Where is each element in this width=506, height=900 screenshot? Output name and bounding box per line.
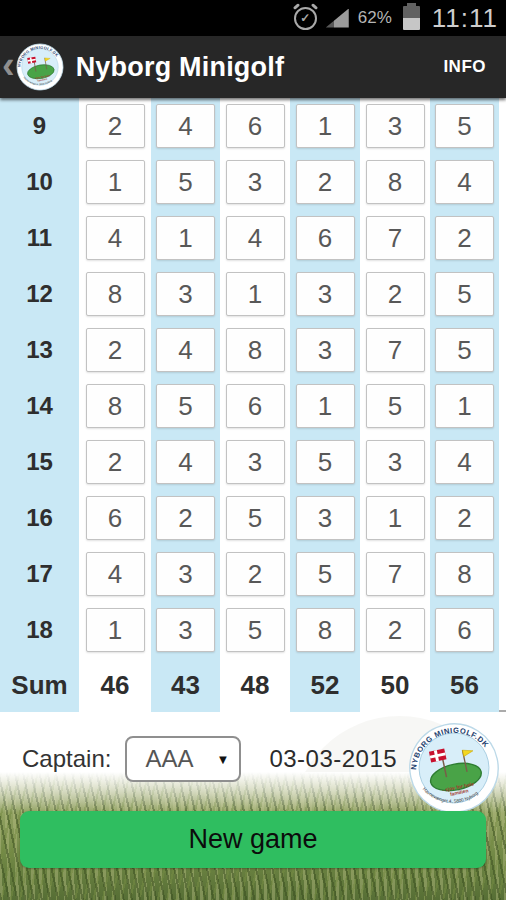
score-cell: 5	[430, 266, 499, 322]
score-cell: 2	[430, 490, 499, 546]
score-input[interactable]: 4	[156, 104, 215, 148]
score-input[interactable]: 1	[156, 216, 215, 260]
score-cell: 8	[430, 546, 499, 602]
score-cell: 2	[151, 490, 220, 546]
score-input[interactable]: 3	[156, 552, 215, 596]
score-cell: 8	[290, 602, 360, 658]
hole-number-cell: 13	[0, 322, 79, 378]
score-cell: 6	[220, 378, 290, 434]
score-input[interactable]: 2	[366, 608, 425, 652]
score-input[interactable]: 4	[435, 160, 494, 204]
score-input[interactable]: 1	[296, 104, 355, 148]
score-cell: 2	[360, 266, 430, 322]
score-cell: 5	[430, 98, 499, 154]
app-logo-icon	[12, 39, 68, 95]
score-cell: 1	[430, 378, 499, 434]
score-cell: 5	[151, 154, 220, 210]
score-cell: 2	[430, 210, 499, 266]
score-input[interactable]: 5	[435, 104, 494, 148]
score-input[interactable]: 2	[435, 216, 494, 260]
sum-value: 56	[450, 670, 479, 701]
score-cell: 4	[79, 210, 151, 266]
hole-number: 17	[26, 560, 53, 588]
battery-percent: 62%	[358, 8, 392, 28]
sum-value: 46	[101, 670, 130, 701]
hole-number-cell: 11	[0, 210, 79, 266]
score-cell: 4	[430, 434, 499, 490]
score-cell: 4	[151, 434, 220, 490]
score-input[interactable]: 4	[156, 440, 215, 484]
signal-strength-icon	[326, 9, 349, 28]
score-cell: 4	[151, 322, 220, 378]
hole-number: 18	[26, 616, 53, 644]
score-cell: 8	[79, 266, 151, 322]
score-input[interactable]: 7	[366, 216, 425, 260]
sum-label-cell: Sum	[0, 658, 79, 712]
score-input[interactable]: 3	[156, 608, 215, 652]
hole-number: 15	[26, 448, 53, 476]
score-input[interactable]: 5	[435, 328, 494, 372]
chevron-down-icon: ▼	[217, 752, 230, 767]
score-cell: 3	[290, 322, 360, 378]
score-cell: 6	[290, 210, 360, 266]
score-input[interactable]: 6	[226, 384, 285, 428]
hole-number-cell: 18	[0, 602, 79, 658]
page-title: Nyborg Minigolf	[76, 52, 284, 83]
score-cell: 1	[290, 378, 360, 434]
score-input[interactable]: 3	[296, 272, 355, 316]
hole-number-cell: 16	[0, 490, 79, 546]
score-cell: 5	[151, 378, 220, 434]
score-input[interactable]: 8	[435, 552, 494, 596]
hole-number-cell: 9	[0, 98, 79, 154]
score-input[interactable]: 3	[296, 496, 355, 540]
hole-number: 11	[27, 224, 52, 252]
score-cell: 3	[220, 434, 290, 490]
score-input[interactable]: 3	[296, 328, 355, 372]
app-screen: ✓ 62% 11:11 ‹ Nyborg Minigolf INFO 92461…	[0, 0, 506, 900]
score-input[interactable]: 5	[366, 384, 425, 428]
score-input[interactable]: 8	[296, 608, 355, 652]
score-input[interactable]: 1	[226, 272, 285, 316]
score-cell: 6	[220, 98, 290, 154]
sum-cell: 52	[290, 658, 360, 712]
score-input[interactable]: 3	[226, 160, 285, 204]
back-icon[interactable]: ‹	[0, 36, 16, 98]
score-cell: 6	[430, 602, 499, 658]
score-cell: 1	[360, 490, 430, 546]
captain-label: Captain:	[22, 745, 111, 773]
score-input[interactable]: 5	[296, 552, 355, 596]
hole-number: 14	[26, 392, 53, 420]
score-input[interactable]: 2	[86, 104, 145, 148]
score-cell: 4	[220, 210, 290, 266]
sum-value: 52	[311, 670, 340, 701]
score-cell: 5	[220, 490, 290, 546]
score-input[interactable]: 4	[226, 216, 285, 260]
sum-label: Sum	[11, 670, 67, 701]
score-input[interactable]: 5	[226, 496, 285, 540]
score-input[interactable]: 4	[156, 328, 215, 372]
score-input[interactable]: 5	[156, 384, 215, 428]
score-cell: 5	[360, 378, 430, 434]
score-input[interactable]: 6	[435, 608, 494, 652]
sum-cell: 46	[79, 658, 151, 712]
score-cell: 3	[290, 490, 360, 546]
score-cell: 2	[220, 546, 290, 602]
sum-cell: 43	[151, 658, 220, 712]
score-cell: 2	[79, 98, 151, 154]
score-input[interactable]: 5	[296, 440, 355, 484]
sum-value: 48	[241, 670, 270, 701]
score-input[interactable]: 3	[366, 104, 425, 148]
score-cell: 3	[220, 154, 290, 210]
hole-number: 12	[26, 280, 53, 308]
score-cell: 8	[79, 378, 151, 434]
score-cell: 5	[290, 434, 360, 490]
score-input[interactable]: 2	[86, 440, 145, 484]
hole-number-cell: 17	[0, 546, 79, 602]
battery-icon	[403, 6, 420, 30]
score-cell: 7	[360, 210, 430, 266]
club-badge-logo	[399, 714, 506, 823]
score-cell: 1	[151, 210, 220, 266]
sum-cell: 56	[430, 658, 499, 712]
score-cell: 4	[151, 98, 220, 154]
score-cell: 5	[430, 322, 499, 378]
score-cell: 5	[290, 546, 360, 602]
score-cell: 2	[79, 322, 151, 378]
info-button[interactable]: INFO	[443, 57, 486, 77]
score-cell: 5	[220, 602, 290, 658]
score-cell: 3	[151, 266, 220, 322]
score-grid: 9246135101532841141467212831325132483751…	[0, 98, 499, 712]
score-cell: 7	[360, 322, 430, 378]
sum-cell: 48	[220, 658, 290, 712]
score-input[interactable]: 6	[296, 216, 355, 260]
score-cell: 2	[290, 154, 360, 210]
score-input[interactable]: 6	[86, 496, 145, 540]
score-cell: 3	[360, 98, 430, 154]
score-input[interactable]: 2	[296, 160, 355, 204]
score-input[interactable]: 1	[435, 384, 494, 428]
score-input[interactable]: 8	[86, 384, 145, 428]
new-game-label: New game	[188, 824, 317, 855]
new-game-button[interactable]: New game	[20, 811, 486, 868]
game-date: 03-03-2015	[269, 745, 397, 773]
score-cell: 4	[79, 546, 151, 602]
score-cell: 8	[220, 322, 290, 378]
score-input[interactable]: 4	[86, 216, 145, 260]
score-input[interactable]: 4	[86, 552, 145, 596]
hole-number: 9	[33, 112, 46, 140]
alarm-icon: ✓	[294, 7, 317, 30]
score-input[interactable]: 2	[366, 272, 425, 316]
score-input[interactable]: 8	[86, 272, 145, 316]
score-cell: 3	[151, 546, 220, 602]
score-input[interactable]: 5	[226, 608, 285, 652]
score-input[interactable]: 3	[226, 440, 285, 484]
score-input[interactable]: 1	[86, 608, 145, 652]
sum-cell: 50	[360, 658, 430, 712]
score-input[interactable]: 8	[366, 160, 425, 204]
score-input[interactable]: 2	[226, 552, 285, 596]
score-input[interactable]: 5	[156, 160, 215, 204]
score-input[interactable]: 1	[296, 384, 355, 428]
score-cell: 6	[79, 490, 151, 546]
score-input[interactable]: 2	[86, 328, 145, 372]
score-input[interactable]: 7	[366, 552, 425, 596]
score-input[interactable]: 2	[156, 496, 215, 540]
score-input[interactable]: 7	[366, 328, 425, 372]
clock: 11:11	[432, 3, 498, 34]
status-bar: ✓ 62% 11:11	[0, 0, 506, 36]
score-cell: 4	[430, 154, 499, 210]
scorecard-table: 9246135101532841141467212831325132483751…	[0, 98, 506, 712]
footer: Captain: AAA ▼ 03-03-2015 New game	[0, 714, 506, 900]
score-input[interactable]: 4	[435, 440, 494, 484]
score-input[interactable]: 2	[435, 496, 494, 540]
hole-number: 13	[26, 336, 53, 364]
score-input[interactable]: 8	[226, 328, 285, 372]
score-cell: 2	[360, 602, 430, 658]
score-cell: 3	[151, 602, 220, 658]
score-input[interactable]: 1	[86, 160, 145, 204]
hole-number: 10	[26, 168, 53, 196]
score-cell: 7	[360, 546, 430, 602]
captain-dropdown[interactable]: AAA ▼	[125, 736, 241, 782]
score-cell: 1	[290, 98, 360, 154]
app-bar: ‹ Nyborg Minigolf INFO	[0, 36, 506, 98]
hole-number: 16	[26, 504, 53, 532]
score-cell: 1	[79, 602, 151, 658]
score-input[interactable]: 3	[366, 440, 425, 484]
score-cell: 1	[79, 154, 151, 210]
score-input[interactable]: 6	[226, 104, 285, 148]
score-cell: 3	[290, 266, 360, 322]
score-cell: 2	[79, 434, 151, 490]
sum-value: 43	[171, 670, 200, 701]
score-cell: 3	[360, 434, 430, 490]
score-cell: 8	[360, 154, 430, 210]
score-input[interactable]: 3	[156, 272, 215, 316]
captain-selected-value: AAA	[145, 745, 193, 773]
score-input[interactable]: 5	[435, 272, 494, 316]
score-cell: 1	[220, 266, 290, 322]
hole-number-cell: 15	[0, 434, 79, 490]
score-input[interactable]: 1	[366, 496, 425, 540]
hole-number-cell: 12	[0, 266, 79, 322]
hole-number-cell: 10	[0, 154, 79, 210]
sum-value: 50	[381, 670, 410, 701]
hole-number-cell: 14	[0, 378, 79, 434]
